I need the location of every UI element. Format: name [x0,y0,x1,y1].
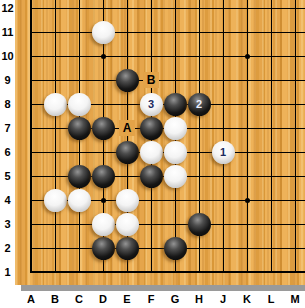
column-label-C: C [67,292,91,306]
row-label-1: 1 [0,265,15,279]
stone-white-B4[interactable] [44,189,67,212]
row-label-6: 6 [0,145,15,159]
column-label-A: A [19,292,43,306]
column-label-K: K [235,292,259,306]
stone-white-E4[interactable] [116,189,139,212]
stone-black-C7[interactable] [68,117,91,140]
row-label-9: 9 [0,73,15,87]
stone-white-G7[interactable] [164,117,187,140]
stone-white-E3[interactable] [116,213,139,236]
stone-black-F5[interactable] [140,165,163,188]
column-label-M: M [283,292,305,306]
stone-black-D5[interactable] [92,165,115,188]
column-label-L: L [259,292,283,306]
column-label-H: H [187,292,211,306]
stone-black-G8[interactable] [164,93,187,116]
stone-black-H3[interactable] [188,213,211,236]
stone-white-F8[interactable]: 3 [140,93,163,116]
mark-B-F9[interactable]: B [143,72,159,88]
row-label-10: 10 [0,49,15,63]
column-label-J: J [211,292,235,306]
stone-white-G6[interactable] [164,141,187,164]
stone-white-G5[interactable] [164,165,187,188]
board-shadow [21,285,305,291]
stone-white-D3[interactable] [92,213,115,236]
go-board-diagram: 231AB 121110987654321 ABCDEFGHJKLM [0,0,305,308]
stone-white-B8[interactable] [44,93,67,116]
move-number: 1 [220,147,226,158]
row-label-2: 2 [0,241,15,255]
row-label-12: 12 [0,1,15,15]
stone-white-D11[interactable] [92,21,115,44]
stone-black-D7[interactable] [92,117,115,140]
row-label-4: 4 [0,193,15,207]
row-label-3: 3 [0,217,15,231]
stone-black-E9[interactable] [116,69,139,92]
stone-white-C8[interactable] [68,93,91,116]
stone-white-C4[interactable] [68,189,91,212]
move-number: 3 [148,99,154,110]
row-label-8: 8 [0,97,15,111]
row-label-5: 5 [0,169,15,183]
column-label-G: G [163,292,187,306]
row-label-11: 11 [0,25,15,39]
stone-black-E6[interactable] [116,141,139,164]
stone-black-G2[interactable] [164,237,187,260]
column-label-D: D [91,292,115,306]
stone-white-F6[interactable] [140,141,163,164]
stone-black-D2[interactable] [92,237,115,260]
column-label-B: B [43,292,67,306]
column-label-E: E [115,292,139,306]
stones-layer: 231AB [19,0,305,284]
row-label-7: 7 [0,121,15,135]
mark-A-E7[interactable]: A [119,120,135,136]
stone-black-C5[interactable] [68,165,91,188]
stone-black-E2[interactable] [116,237,139,260]
stone-white-J6[interactable]: 1 [212,141,235,164]
stone-black-F7[interactable] [140,117,163,140]
column-label-F: F [139,292,163,306]
stone-black-H8[interactable]: 2 [188,93,211,116]
move-number: 2 [196,99,202,110]
